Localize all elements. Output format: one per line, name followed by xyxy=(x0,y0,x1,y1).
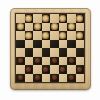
light-square[interactable] xyxy=(59,40,68,49)
dark-square[interactable] xyxy=(42,48,51,57)
light-square[interactable] xyxy=(50,14,59,23)
light-square[interactable] xyxy=(50,48,59,57)
light-square[interactable] xyxy=(42,40,51,49)
light-piece[interactable]: ⛀ xyxy=(34,23,41,30)
dark-square[interactable]: ⛂ xyxy=(16,74,25,83)
dark-square[interactable]: ⛂ xyxy=(67,74,76,83)
light-square[interactable] xyxy=(25,74,34,83)
dark-square[interactable]: ⛀ xyxy=(59,31,68,40)
dark-piece[interactable]: ⛂ xyxy=(25,66,32,73)
dark-piece[interactable]: ⛂ xyxy=(76,66,83,73)
light-square[interactable] xyxy=(76,23,85,32)
dark-square[interactable]: ⛀ xyxy=(76,14,85,23)
dark-piece[interactable]: ⛂ xyxy=(17,57,24,64)
light-piece[interactable]: ⛀ xyxy=(76,32,83,39)
dark-square[interactable] xyxy=(59,48,68,57)
dark-square[interactable]: ⛀ xyxy=(76,31,85,40)
dark-piece[interactable]: ⛂ xyxy=(68,74,75,81)
dark-square[interactable]: ⛂ xyxy=(25,65,34,74)
dark-piece[interactable]: ⛂ xyxy=(42,66,49,73)
light-square[interactable] xyxy=(16,65,25,74)
light-piece[interactable]: ⛀ xyxy=(76,15,83,22)
dark-piece[interactable]: ⛂ xyxy=(59,66,66,73)
dark-square[interactable]: ⛀ xyxy=(67,23,76,32)
dark-square[interactable]: ⛂ xyxy=(50,57,59,66)
light-square[interactable] xyxy=(76,57,85,66)
light-square[interactable] xyxy=(42,57,51,66)
dark-square[interactable] xyxy=(50,40,59,49)
light-piece[interactable]: ⛀ xyxy=(42,32,49,39)
light-piece[interactable]: ⛀ xyxy=(59,32,66,39)
light-square[interactable] xyxy=(33,14,42,23)
dark-square[interactable]: ⛀ xyxy=(16,23,25,32)
dark-square[interactable]: ⛀ xyxy=(33,23,42,32)
light-square[interactable] xyxy=(50,65,59,74)
light-piece[interactable]: ⛀ xyxy=(68,23,75,30)
dark-piece[interactable]: ⛂ xyxy=(51,57,58,64)
dark-square[interactable]: ⛂ xyxy=(50,74,59,83)
dark-piece[interactable]: ⛂ xyxy=(34,57,41,64)
dark-square[interactable] xyxy=(16,40,25,49)
dark-square[interactable]: ⛂ xyxy=(76,65,85,74)
dark-piece[interactable]: ⛂ xyxy=(51,74,58,81)
dark-square[interactable] xyxy=(67,40,76,49)
light-square[interactable] xyxy=(33,65,42,74)
light-square[interactable] xyxy=(33,31,42,40)
light-square[interactable] xyxy=(25,23,34,32)
light-piece[interactable]: ⛀ xyxy=(51,23,58,30)
dark-piece[interactable]: ⛂ xyxy=(34,74,41,81)
light-piece[interactable]: ⛀ xyxy=(25,32,32,39)
light-square[interactable] xyxy=(42,74,51,83)
dark-square[interactable]: ⛀ xyxy=(59,14,68,23)
light-square[interactable] xyxy=(59,74,68,83)
dark-square[interactable]: ⛂ xyxy=(59,65,68,74)
light-square[interactable] xyxy=(67,48,76,57)
dark-square[interactable]: ⛂ xyxy=(67,57,76,66)
light-square[interactable] xyxy=(16,48,25,57)
dark-piece[interactable]: ⛂ xyxy=(68,57,75,64)
dark-square[interactable]: ⛀ xyxy=(25,31,34,40)
light-square[interactable] xyxy=(42,23,51,32)
dark-square[interactable]: ⛀ xyxy=(50,23,59,32)
dark-square[interactable]: ⛂ xyxy=(42,65,51,74)
light-square[interactable] xyxy=(76,40,85,49)
dark-square[interactable]: ⛀ xyxy=(42,14,51,23)
dark-square[interactable]: ⛂ xyxy=(33,57,42,66)
light-square[interactable] xyxy=(50,31,59,40)
light-square[interactable] xyxy=(67,31,76,40)
light-piece[interactable]: ⛀ xyxy=(25,15,32,22)
light-piece[interactable]: ⛀ xyxy=(42,15,49,22)
dark-square[interactable] xyxy=(76,48,85,57)
light-square[interactable] xyxy=(67,65,76,74)
dark-square[interactable]: ⛀ xyxy=(25,14,34,23)
light-square[interactable] xyxy=(16,14,25,23)
dark-square[interactable] xyxy=(33,40,42,49)
board-grid: ⛀⛀⛀⛀⛀⛀⛀⛀⛀⛀⛀⛀⛂⛂⛂⛂⛂⛂⛂⛂⛂⛂⛂⛂ xyxy=(15,13,85,83)
light-square[interactable] xyxy=(25,57,34,66)
light-square[interactable] xyxy=(25,40,34,49)
light-square[interactable] xyxy=(76,74,85,83)
light-square[interactable] xyxy=(59,23,68,32)
light-square[interactable] xyxy=(16,31,25,40)
light-square[interactable] xyxy=(67,14,76,23)
dark-square[interactable] xyxy=(25,48,34,57)
light-piece[interactable]: ⛀ xyxy=(59,15,66,22)
dark-piece[interactable]: ⛂ xyxy=(17,74,24,81)
dark-square[interactable]: ⛂ xyxy=(16,57,25,66)
light-piece[interactable]: ⛀ xyxy=(17,23,24,30)
dark-square[interactable]: ⛀ xyxy=(42,31,51,40)
dark-square[interactable]: ⛂ xyxy=(33,74,42,83)
light-square[interactable] xyxy=(33,48,42,57)
light-square[interactable] xyxy=(59,57,68,66)
checkers-board: ⛀⛀⛀⛀⛀⛀⛀⛀⛀⛀⛀⛀⛂⛂⛂⛂⛂⛂⛂⛂⛂⛂⛂⛂ xyxy=(10,8,91,90)
